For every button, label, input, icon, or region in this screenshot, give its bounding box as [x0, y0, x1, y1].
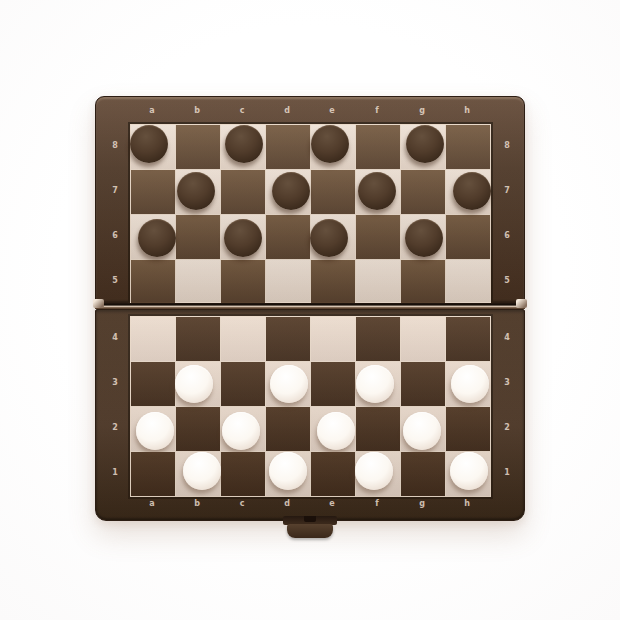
square-d5[interactable] [266, 260, 310, 304]
square-f1[interactable] [356, 452, 400, 496]
file-label-bottom-c: c [232, 499, 252, 509]
square-g1[interactable] [401, 452, 445, 496]
square-d2[interactable] [266, 407, 310, 451]
rank-label-right-5: 5 [497, 276, 517, 286]
rank-label-left-6: 6 [105, 231, 125, 241]
file-label-top-b: b [187, 106, 207, 116]
square-b6[interactable] [176, 215, 220, 259]
square-h5[interactable] [446, 260, 490, 304]
bottom-half-squares-grid [130, 316, 491, 497]
white-checker-f1[interactable] [355, 452, 393, 490]
square-g4[interactable] [401, 317, 445, 361]
rank-label-right-4: 4 [497, 333, 517, 343]
square-d3[interactable] [266, 362, 310, 406]
file-label-bottom-b: b [187, 499, 207, 509]
square-e4[interactable] [311, 317, 355, 361]
square-b7[interactable] [176, 170, 220, 214]
rank-label-left-3: 3 [105, 378, 125, 388]
rank-label-right-1: 1 [497, 468, 517, 478]
dark-checker-a6[interactable] [138, 219, 176, 257]
square-a6[interactable] [131, 215, 175, 259]
square-g5[interactable] [401, 260, 445, 304]
square-g8[interactable] [401, 125, 445, 169]
clasp-tab[interactable] [287, 524, 333, 538]
file-label-top-c: c [232, 106, 252, 116]
folding-checkers-board: abcdefgh88776655 abcdefgh44332211 [95, 96, 525, 521]
square-a8[interactable] [131, 125, 175, 169]
square-f8[interactable] [356, 125, 400, 169]
clasp-notch [304, 516, 316, 522]
square-b3[interactable] [176, 362, 220, 406]
dark-checker-c8[interactable] [225, 125, 263, 163]
square-e5[interactable] [311, 260, 355, 304]
rank-label-right-8: 8 [497, 141, 517, 151]
white-checker-g2[interactable] [403, 412, 441, 450]
square-c8[interactable] [221, 125, 265, 169]
board-top-half: abcdefgh88776655 [95, 96, 525, 303]
dark-checker-d7[interactable] [272, 172, 310, 210]
photo-background: abcdefgh88776655 abcdefgh44332211 [0, 0, 620, 620]
dark-checker-a8[interactable] [130, 125, 168, 163]
square-h8[interactable] [446, 125, 490, 169]
rank-label-right-7: 7 [497, 186, 517, 196]
file-label-top-g: g [412, 106, 432, 116]
file-label-top-d: d [277, 106, 297, 116]
square-d1[interactable] [266, 452, 310, 496]
white-checker-b1[interactable] [183, 452, 221, 490]
square-d7[interactable] [266, 170, 310, 214]
square-b2[interactable] [176, 407, 220, 451]
file-label-bottom-f: f [367, 499, 387, 509]
hinge-left-icon [93, 299, 104, 308]
white-checker-e2[interactable] [317, 412, 355, 450]
square-f7[interactable] [356, 170, 400, 214]
square-e2[interactable] [311, 407, 355, 451]
dark-checker-e6[interactable] [310, 219, 348, 257]
dark-checker-h7[interactable] [453, 172, 491, 210]
rank-label-left-5: 5 [105, 276, 125, 286]
white-checker-f3[interactable] [356, 365, 394, 403]
rank-label-right-2: 2 [497, 423, 517, 433]
file-label-bottom-h: h [457, 499, 477, 509]
square-e3[interactable] [311, 362, 355, 406]
rank-label-right-3: 3 [497, 378, 517, 388]
square-f3[interactable] [356, 362, 400, 406]
rank-label-left-7: 7 [105, 186, 125, 196]
square-c2[interactable] [221, 407, 265, 451]
square-h2[interactable] [446, 407, 490, 451]
dark-checker-g6[interactable] [405, 219, 443, 257]
square-g2[interactable] [401, 407, 445, 451]
square-h6[interactable] [446, 215, 490, 259]
white-checker-b3[interactable] [175, 365, 213, 403]
file-label-top-f: f [367, 106, 387, 116]
square-h1[interactable] [446, 452, 490, 496]
square-c6[interactable] [221, 215, 265, 259]
square-b1[interactable] [176, 452, 220, 496]
square-a1[interactable] [131, 452, 175, 496]
square-c1[interactable] [221, 452, 265, 496]
white-checker-a2[interactable] [136, 412, 174, 450]
file-label-bottom-e: e [322, 499, 342, 509]
square-f4[interactable] [356, 317, 400, 361]
file-label-top-h: h [457, 106, 477, 116]
rank-label-right-6: 6 [497, 231, 517, 241]
rank-label-left-1: 1 [105, 468, 125, 478]
square-g6[interactable] [401, 215, 445, 259]
square-f2[interactable] [356, 407, 400, 451]
square-e7[interactable] [311, 170, 355, 214]
white-checker-d1[interactable] [269, 452, 307, 490]
white-checker-c2[interactable] [222, 412, 260, 450]
square-c3[interactable] [221, 362, 265, 406]
square-h7[interactable] [446, 170, 490, 214]
square-d6[interactable] [266, 215, 310, 259]
square-d8[interactable] [266, 125, 310, 169]
square-c5[interactable] [221, 260, 265, 304]
square-a3[interactable] [131, 362, 175, 406]
square-a4[interactable] [131, 317, 175, 361]
file-label-bottom-d: d [277, 499, 297, 509]
square-c4[interactable] [221, 317, 265, 361]
square-a7[interactable] [131, 170, 175, 214]
rank-label-left-2: 2 [105, 423, 125, 433]
rank-label-left-4: 4 [105, 333, 125, 343]
square-f6[interactable] [356, 215, 400, 259]
rank-label-left-8: 8 [105, 141, 125, 151]
square-e1[interactable] [311, 452, 355, 496]
file-label-bottom-a: a [142, 499, 162, 509]
file-label-top-a: a [142, 106, 162, 116]
dark-checker-b7[interactable] [177, 172, 215, 210]
dark-checker-e8[interactable] [311, 125, 349, 163]
square-d4[interactable] [266, 317, 310, 361]
square-g7[interactable] [401, 170, 445, 214]
clasp-latch[interactable] [283, 516, 337, 539]
square-h4[interactable] [446, 317, 490, 361]
square-h3[interactable] [446, 362, 490, 406]
square-b4[interactable] [176, 317, 220, 361]
square-b8[interactable] [176, 125, 220, 169]
top-half-squares-grid [130, 124, 491, 305]
white-checker-d3[interactable] [270, 365, 308, 403]
square-c7[interactable] [221, 170, 265, 214]
hinge-right-icon [516, 299, 527, 308]
square-e8[interactable] [311, 125, 355, 169]
dark-checker-c6[interactable] [224, 219, 262, 257]
file-label-bottom-g: g [412, 499, 432, 509]
square-g3[interactable] [401, 362, 445, 406]
square-a2[interactable] [131, 407, 175, 451]
dark-checker-g8[interactable] [406, 125, 444, 163]
square-f5[interactable] [356, 260, 400, 304]
square-b5[interactable] [176, 260, 220, 304]
square-a5[interactable] [131, 260, 175, 304]
dark-checker-f7[interactable] [358, 172, 396, 210]
board-bottom-half: abcdefgh44332211 [95, 309, 525, 521]
square-e6[interactable] [311, 215, 355, 259]
file-label-top-e: e [322, 106, 342, 116]
white-checker-h3[interactable] [451, 365, 489, 403]
white-checker-h1[interactable] [450, 452, 488, 490]
